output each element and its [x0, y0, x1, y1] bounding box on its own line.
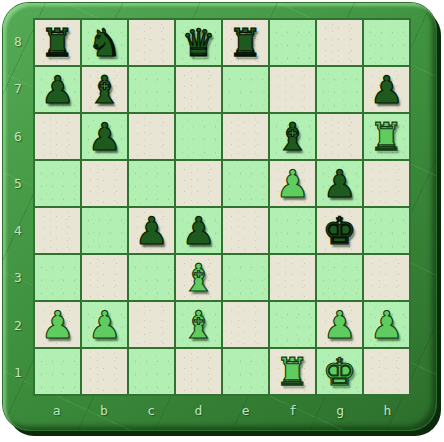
square-f3[interactable]	[270, 255, 315, 300]
file-label-g: g	[317, 397, 364, 423]
square-e6[interactable]	[223, 114, 268, 159]
square-a2[interactable]: ♟	[35, 302, 80, 347]
rank-label-1: 1	[5, 349, 31, 396]
rank-label-3: 3	[5, 254, 31, 301]
square-f6[interactable]: ♝	[270, 114, 315, 159]
black-pawn-d4: ♟	[181, 212, 215, 250]
square-h1[interactable]	[364, 349, 409, 394]
rank-label-8: 8	[5, 18, 31, 65]
square-c1[interactable]	[129, 349, 174, 394]
square-a8[interactable]: ♜	[35, 20, 80, 65]
square-d5[interactable]	[176, 161, 221, 206]
white-bishop-d3: ♝	[181, 259, 215, 297]
rank-label-4: 4	[5, 207, 31, 254]
white-pawn-f5: ♟	[275, 165, 309, 203]
square-g8[interactable]	[317, 20, 362, 65]
square-f8[interactable]	[270, 20, 315, 65]
white-pawn-h2: ♟	[369, 306, 403, 344]
square-f1[interactable]: ♜	[270, 349, 315, 394]
square-a3[interactable]	[35, 255, 80, 300]
file-label-d: d	[175, 397, 222, 423]
square-f2[interactable]	[270, 302, 315, 347]
square-h7[interactable]: ♟	[364, 67, 409, 112]
file-labels: abcdefgh	[33, 397, 411, 423]
square-c8[interactable]	[129, 20, 174, 65]
square-d7[interactable]	[176, 67, 221, 112]
board: ♜♞♛♜♟♝♟♟♝♜♟♟♟♟♚♝♟♟♝♟♟♜♚	[33, 18, 411, 396]
black-rook-a8: ♜	[40, 24, 74, 62]
black-rook-e8: ♜	[228, 24, 262, 62]
square-b5[interactable]	[82, 161, 127, 206]
white-rook-h6: ♜	[369, 118, 403, 156]
square-e5[interactable]	[223, 161, 268, 206]
square-b6[interactable]: ♟	[82, 114, 127, 159]
square-a5[interactable]	[35, 161, 80, 206]
square-a4[interactable]	[35, 208, 80, 253]
black-pawn-b6: ♟	[87, 118, 121, 156]
square-h6[interactable]: ♜	[364, 114, 409, 159]
rank-label-5: 5	[5, 160, 31, 207]
square-c2[interactable]	[129, 302, 174, 347]
square-f4[interactable]	[270, 208, 315, 253]
rank-label-7: 7	[5, 65, 31, 112]
square-e4[interactable]	[223, 208, 268, 253]
square-f5[interactable]: ♟	[270, 161, 315, 206]
black-knight-b8: ♞	[87, 24, 121, 62]
black-bishop-b7: ♝	[87, 71, 121, 109]
square-e8[interactable]: ♜	[223, 20, 268, 65]
square-g3[interactable]	[317, 255, 362, 300]
square-b3[interactable]	[82, 255, 127, 300]
square-b7[interactable]: ♝	[82, 67, 127, 112]
square-d8[interactable]: ♛	[176, 20, 221, 65]
file-label-f: f	[269, 397, 316, 423]
white-pawn-g2: ♟	[322, 306, 356, 344]
square-h8[interactable]	[364, 20, 409, 65]
square-h2[interactable]: ♟	[364, 302, 409, 347]
square-g7[interactable]	[317, 67, 362, 112]
square-f7[interactable]	[270, 67, 315, 112]
square-c6[interactable]	[129, 114, 174, 159]
square-b2[interactable]: ♟	[82, 302, 127, 347]
square-d1[interactable]	[176, 349, 221, 394]
white-king-g1: ♚	[322, 353, 356, 391]
black-bishop-f6: ♝	[275, 118, 309, 156]
square-h5[interactable]	[364, 161, 409, 206]
rank-labels: 87654321	[5, 18, 31, 396]
square-c7[interactable]	[129, 67, 174, 112]
white-pawn-b2: ♟	[87, 306, 121, 344]
square-h3[interactable]	[364, 255, 409, 300]
black-king-g4: ♚	[322, 212, 356, 250]
square-c4[interactable]: ♟	[129, 208, 174, 253]
black-pawn-c4: ♟	[134, 212, 168, 250]
file-label-h: h	[364, 397, 411, 423]
square-d4[interactable]: ♟	[176, 208, 221, 253]
square-d3[interactable]: ♝	[176, 255, 221, 300]
square-e1[interactable]	[223, 349, 268, 394]
square-e2[interactable]	[223, 302, 268, 347]
file-label-b: b	[80, 397, 127, 423]
square-a6[interactable]	[35, 114, 80, 159]
square-b8[interactable]: ♞	[82, 20, 127, 65]
white-pawn-a2: ♟	[40, 306, 74, 344]
white-bishop-d2: ♝	[181, 306, 215, 344]
square-b1[interactable]	[82, 349, 127, 394]
black-queen-d8: ♛	[181, 24, 215, 62]
file-label-a: a	[33, 397, 80, 423]
black-pawn-h7: ♟	[369, 71, 403, 109]
square-d2[interactable]: ♝	[176, 302, 221, 347]
rank-label-6: 6	[5, 113, 31, 160]
square-g5[interactable]: ♟	[317, 161, 362, 206]
square-g6[interactable]	[317, 114, 362, 159]
square-h4[interactable]	[364, 208, 409, 253]
square-d6[interactable]	[176, 114, 221, 159]
file-label-c: c	[128, 397, 175, 423]
square-e7[interactable]	[223, 67, 268, 112]
file-label-e: e	[222, 397, 269, 423]
square-b4[interactable]	[82, 208, 127, 253]
square-g4[interactable]: ♚	[317, 208, 362, 253]
white-rook-f1: ♜	[275, 353, 309, 391]
square-a1[interactable]	[35, 349, 80, 394]
square-g2[interactable]: ♟	[317, 302, 362, 347]
black-pawn-g5: ♟	[322, 165, 356, 203]
square-c5[interactable]	[129, 161, 174, 206]
square-a7[interactable]: ♟	[35, 67, 80, 112]
black-pawn-a7: ♟	[40, 71, 74, 109]
square-e3[interactable]	[223, 255, 268, 300]
square-g1[interactable]: ♚	[317, 349, 362, 394]
square-c3[interactable]	[129, 255, 174, 300]
rank-label-2: 2	[5, 302, 31, 349]
